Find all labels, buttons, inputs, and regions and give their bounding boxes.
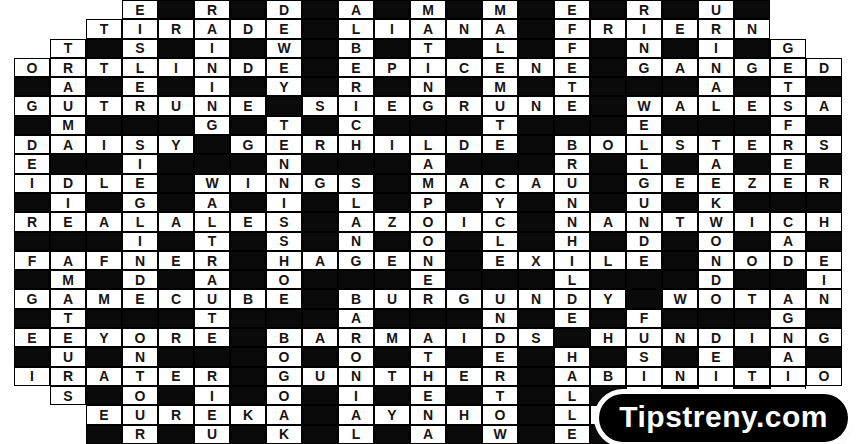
letter-cell-r4c2[interactable]: R — [50, 58, 86, 77]
letter-cell-r12c16[interactable]: N — [554, 212, 590, 231]
letter-cell-r21c4[interactable]: O — [122, 386, 158, 405]
letter-cell-r2c8[interactable]: E — [266, 19, 302, 38]
letter-cell-r20c10[interactable]: N — [338, 367, 374, 386]
letter-cell-r4c13[interactable]: C — [446, 58, 482, 77]
letter-cell-r6c18[interactable]: W — [626, 96, 662, 115]
letter-cell-r6c1[interactable]: G — [14, 96, 50, 115]
letter-cell-r19c8[interactable]: O — [266, 347, 302, 366]
letter-cell-r9c18[interactable]: L — [626, 154, 662, 173]
letter-cell-r10c2[interactable]: D — [50, 174, 86, 193]
letter-cell-r1c4[interactable]: E — [122, 0, 158, 19]
letter-cell-r7c2[interactable]: M — [50, 116, 86, 135]
letter-cell-r12c11[interactable]: Z — [374, 212, 410, 231]
letter-cell-r10c19[interactable]: E — [662, 174, 698, 193]
letter-cell-r1c12[interactable]: M — [410, 0, 446, 19]
letter-cell-r20c6[interactable]: R — [194, 367, 230, 386]
letter-cell-r16c13[interactable]: G — [446, 289, 482, 308]
letter-cell-r18c17[interactable]: H — [590, 328, 626, 347]
letter-cell-r18c6[interactable]: E — [194, 328, 230, 347]
letter-cell-r10c3[interactable]: L — [86, 174, 122, 193]
letter-cell-r18c4[interactable]: O — [122, 328, 158, 347]
letter-cell-r10c14[interactable]: C — [482, 174, 518, 193]
letter-cell-r13c14[interactable]: L — [482, 232, 518, 251]
letter-cell-r14c16[interactable]: I — [554, 251, 590, 270]
letter-cell-r12c10[interactable]: A — [338, 212, 374, 231]
letter-cell-r16c4[interactable]: E — [122, 289, 158, 308]
letter-cell-r14c2[interactable]: A — [50, 251, 86, 270]
letter-cell-r2c17[interactable]: R — [590, 19, 626, 38]
letter-cell-r10c9[interactable]: G — [302, 174, 338, 193]
letter-cell-r19c12[interactable]: T — [410, 347, 446, 366]
letter-cell-r15c4[interactable]: D — [122, 270, 158, 289]
letter-cell-r3c14[interactable]: L — [482, 39, 518, 58]
letter-cell-r20c8[interactable]: G — [266, 367, 302, 386]
letter-cell-r14c23[interactable]: E — [806, 251, 842, 270]
letter-cell-r9c16[interactable]: R — [554, 154, 590, 173]
letter-cell-r20c9[interactable]: U — [302, 367, 338, 386]
letter-cell-r19c14[interactable]: E — [482, 347, 518, 366]
letter-cell-r6c10[interactable]: I — [338, 96, 374, 115]
letter-cell-r4c15[interactable]: N — [518, 58, 554, 77]
letter-cell-r5c4[interactable]: E — [122, 77, 158, 96]
letter-cell-r10c16[interactable]: U — [554, 174, 590, 193]
letter-cell-r14c12[interactable]: N — [410, 251, 446, 270]
letter-cell-r3c12[interactable]: T — [410, 39, 446, 58]
letter-cell-r12c18[interactable]: N — [626, 212, 662, 231]
letter-cell-r19c18[interactable]: S — [626, 347, 662, 366]
letter-cell-r16c11[interactable]: U — [374, 289, 410, 308]
letter-cell-r7c18[interactable]: E — [626, 116, 662, 135]
letter-cell-r7c22[interactable]: F — [770, 116, 806, 135]
letter-cell-r13c10[interactable]: N — [338, 232, 374, 251]
letter-cell-r22c7[interactable]: K — [230, 405, 266, 424]
letter-cell-r2c11[interactable]: I — [374, 19, 410, 38]
letter-cell-r15c16[interactable]: L — [554, 270, 590, 289]
letter-cell-r10c22[interactable]: E — [770, 174, 806, 193]
letter-cell-r18c18[interactable]: U — [626, 328, 662, 347]
letter-cell-r11c4[interactable]: G — [122, 193, 158, 212]
letter-cell-r20c16[interactable]: A — [554, 367, 590, 386]
letter-cell-r20c17[interactable]: B — [590, 367, 626, 386]
letter-cell-r14c1[interactable]: F — [14, 251, 50, 270]
letter-cell-r5c2[interactable]: A — [50, 77, 86, 96]
letter-cell-r9c1[interactable]: E — [14, 154, 50, 173]
letter-cell-r3c2[interactable]: T — [50, 39, 86, 58]
letter-cell-r13c16[interactable]: H — [554, 232, 590, 251]
letter-cell-r8c7[interactable]: G — [230, 135, 266, 154]
letter-cell-r4c21[interactable]: G — [734, 58, 770, 77]
letter-cell-r14c8[interactable]: H — [266, 251, 302, 270]
letter-cell-r1c16[interactable]: E — [554, 0, 590, 19]
letter-cell-r6c6[interactable]: N — [194, 96, 230, 115]
letter-cell-r20c14[interactable]: R — [482, 367, 518, 386]
letter-cell-r6c22[interactable]: S — [770, 96, 806, 115]
letter-cell-r10c20[interactable]: E — [698, 174, 734, 193]
letter-cell-r12c19[interactable]: T — [662, 212, 698, 231]
letter-cell-r8c2[interactable]: A — [50, 135, 86, 154]
letter-cell-r5c8[interactable]: Y — [266, 77, 302, 96]
letter-cell-r19c20[interactable]: E — [698, 347, 734, 366]
letter-cell-r3c10[interactable]: B — [338, 39, 374, 58]
letter-cell-r2c12[interactable]: A — [410, 19, 446, 38]
letter-cell-r16c7[interactable]: B — [230, 289, 266, 308]
letter-cell-r4c12[interactable]: I — [410, 58, 446, 77]
letter-cell-r4c6[interactable]: N — [194, 58, 230, 77]
letter-cell-r20c20[interactable]: I — [698, 367, 734, 386]
letter-cell-r14c18[interactable]: E — [626, 251, 662, 270]
letter-cell-r1c20[interactable]: U — [698, 0, 734, 19]
letter-cell-r22c14[interactable]: O — [482, 405, 518, 424]
letter-cell-r7c10[interactable]: C — [338, 116, 374, 135]
letter-cell-r10c21[interactable]: Z — [734, 174, 770, 193]
letter-cell-r14c4[interactable]: N — [122, 251, 158, 270]
letter-cell-r8c11[interactable]: I — [374, 135, 410, 154]
letter-cell-r10c18[interactable]: G — [626, 174, 662, 193]
letter-cell-r20c13[interactable]: E — [446, 367, 482, 386]
letter-cell-r7c14[interactable]: T — [482, 116, 518, 135]
letter-cell-r6c5[interactable]: U — [158, 96, 194, 115]
letter-cell-r16c17[interactable]: Y — [590, 289, 626, 308]
letter-cell-r20c18[interactable]: I — [626, 367, 662, 386]
letter-cell-r20c19[interactable]: N — [662, 367, 698, 386]
letter-cell-r2c14[interactable]: A — [482, 19, 518, 38]
letter-cell-r5c12[interactable]: N — [410, 77, 446, 96]
letter-cell-r6c3[interactable]: T — [86, 96, 122, 115]
letter-cell-r5c6[interactable]: I — [194, 77, 230, 96]
letter-cell-r22c3[interactable]: E — [86, 405, 122, 424]
letter-cell-r8c12[interactable]: L — [410, 135, 446, 154]
letter-cell-r19c22[interactable]: A — [770, 347, 806, 366]
letter-cell-r1c10[interactable]: A — [338, 0, 374, 19]
letter-cell-r4c11[interactable]: P — [374, 58, 410, 77]
letter-cell-r9c12[interactable]: A — [410, 154, 446, 173]
letter-cell-r16c10[interactable]: B — [338, 289, 374, 308]
letter-cell-r9c20[interactable]: A — [698, 154, 734, 173]
letter-cell-r12c22[interactable]: C — [770, 212, 806, 231]
letter-cell-r6c16[interactable]: E — [554, 96, 590, 115]
letter-cell-r20c1[interactable]: I — [14, 367, 50, 386]
letter-cell-r6c9[interactable]: S — [302, 96, 338, 115]
letter-cell-r11c20[interactable]: K — [698, 193, 734, 212]
letter-cell-r4c4[interactable]: L — [122, 58, 158, 77]
letter-cell-r10c15[interactable]: A — [518, 174, 554, 193]
letter-cell-r12c2[interactable]: E — [50, 212, 86, 231]
letter-cell-r6c7[interactable]: E — [230, 96, 266, 115]
letter-cell-r3c22[interactable]: G — [770, 39, 806, 58]
letter-cell-r8c4[interactable]: S — [122, 135, 158, 154]
letter-cell-r19c2[interactable]: U — [50, 347, 86, 366]
letter-cell-r8c17[interactable]: O — [590, 135, 626, 154]
letter-cell-r8c14[interactable]: E — [482, 135, 518, 154]
letter-cell-r11c8[interactable]: I — [266, 193, 302, 212]
letter-cell-r8c16[interactable]: B — [554, 135, 590, 154]
letter-cell-r15c6[interactable]: A — [194, 270, 230, 289]
letter-cell-r18c19[interactable]: N — [662, 328, 698, 347]
letter-cell-r18c13[interactable]: I — [446, 328, 482, 347]
letter-cell-r6c14[interactable]: U — [482, 96, 518, 115]
letter-cell-r18c21[interactable]: I — [734, 328, 770, 347]
letter-cell-r10c12[interactable]: M — [410, 174, 446, 193]
letter-cell-r12c8[interactable]: S — [266, 212, 302, 231]
letter-cell-r2c7[interactable]: D — [230, 19, 266, 38]
letter-cell-r14c3[interactable]: F — [86, 251, 122, 270]
letter-cell-r9c8[interactable]: N — [266, 154, 302, 173]
letter-cell-r4c20[interactable]: N — [698, 58, 734, 77]
letter-cell-r13c4[interactable]: I — [122, 232, 158, 251]
letter-cell-r8c1[interactable]: D — [14, 135, 50, 154]
letter-cell-r8c23[interactable]: S — [806, 135, 842, 154]
letter-cell-r22c8[interactable]: A — [266, 405, 302, 424]
letter-cell-r3c4[interactable]: S — [122, 39, 158, 58]
letter-cell-r14c21[interactable]: O — [734, 251, 770, 270]
letter-cell-r12c12[interactable]: O — [410, 212, 446, 231]
letter-cell-r8c13[interactable]: D — [446, 135, 482, 154]
letter-cell-r23c10[interactable]: L — [338, 425, 374, 444]
letter-cell-r5c16[interactable]: T — [554, 77, 590, 96]
letter-cell-r4c7[interactable]: D — [230, 58, 266, 77]
letter-cell-r16c12[interactable]: R — [410, 289, 446, 308]
letter-cell-r9c4[interactable]: I — [122, 154, 158, 173]
letter-cell-r21c8[interactable]: O — [266, 386, 302, 405]
letter-cell-r4c18[interactable]: G — [626, 58, 662, 77]
letter-cell-r16c16[interactable]: D — [554, 289, 590, 308]
letter-cell-r12c4[interactable]: L — [122, 212, 158, 231]
letter-cell-r14c10[interactable]: G — [338, 251, 374, 270]
letter-cell-r16c3[interactable]: M — [86, 289, 122, 308]
letter-cell-r17c22[interactable]: G — [770, 309, 806, 328]
letter-cell-r11c6[interactable]: A — [194, 193, 230, 212]
letter-cell-r12c23[interactable]: H — [806, 212, 842, 231]
letter-cell-r6c12[interactable]: G — [410, 96, 446, 115]
letter-cell-r14c5[interactable]: E — [158, 251, 194, 270]
letter-cell-r6c13[interactable]: R — [446, 96, 482, 115]
letter-cell-r18c1[interactable]: E — [14, 328, 50, 347]
letter-cell-r11c18[interactable]: U — [626, 193, 662, 212]
letter-cell-r14c17[interactable]: L — [590, 251, 626, 270]
letter-cell-r23c6[interactable]: U — [194, 425, 230, 444]
letter-cell-r14c11[interactable]: E — [374, 251, 410, 270]
letter-cell-r2c10[interactable]: L — [338, 19, 374, 38]
letter-cell-r4c10[interactable]: E — [338, 58, 374, 77]
letter-cell-r19c16[interactable]: H — [554, 347, 590, 366]
letter-cell-r6c23[interactable]: A — [806, 96, 842, 115]
letter-cell-r15c12[interactable]: E — [410, 270, 446, 289]
letter-cell-r23c14[interactable]: W — [482, 425, 518, 444]
letter-cell-r20c4[interactable]: T — [122, 367, 158, 386]
letter-cell-r8c9[interactable]: R — [302, 135, 338, 154]
letter-cell-r20c12[interactable]: H — [410, 367, 446, 386]
letter-cell-r4c5[interactable]: I — [158, 58, 194, 77]
letter-cell-r13c22[interactable]: A — [770, 232, 806, 251]
letter-cell-r10c8[interactable]: N — [266, 174, 302, 193]
letter-cell-r1c6[interactable]: R — [194, 0, 230, 19]
letter-cell-r3c16[interactable]: F — [554, 39, 590, 58]
letter-cell-r4c23[interactable]: D — [806, 58, 842, 77]
letter-cell-r6c15[interactable]: N — [518, 96, 554, 115]
letter-cell-r2c5[interactable]: R — [158, 19, 194, 38]
letter-cell-r12c20[interactable]: W — [698, 212, 734, 231]
letter-cell-r11c16[interactable]: N — [554, 193, 590, 212]
letter-cell-r5c22[interactable]: T — [770, 77, 806, 96]
letter-cell-r1c18[interactable]: R — [626, 0, 662, 19]
letter-cell-r13c20[interactable]: O — [698, 232, 734, 251]
tipstreny-watermark[interactable]: Tipstreny.com — [599, 394, 848, 442]
letter-cell-r18c20[interactable]: D — [698, 328, 734, 347]
letter-cell-r3c8[interactable]: W — [266, 39, 302, 58]
letter-cell-r22c5[interactable]: R — [158, 405, 194, 424]
letter-cell-r17c10[interactable]: A — [338, 309, 374, 328]
letter-cell-r13c12[interactable]: O — [410, 232, 446, 251]
letter-cell-r2c19[interactable]: E — [662, 19, 698, 38]
letter-cell-r14c20[interactable]: N — [698, 251, 734, 270]
letter-cell-r15c23[interactable]: I — [806, 270, 842, 289]
letter-cell-r18c8[interactable]: B — [266, 328, 302, 347]
letter-cell-r14c6[interactable]: R — [194, 251, 230, 270]
letter-cell-r8c22[interactable]: R — [770, 135, 806, 154]
letter-cell-r4c14[interactable]: E — [482, 58, 518, 77]
letter-cell-r7c6[interactable]: G — [194, 116, 230, 135]
letter-cell-r18c9[interactable]: A — [302, 328, 338, 347]
letter-cell-r11c2[interactable]: I — [50, 193, 86, 212]
letter-cell-r4c3[interactable]: T — [86, 58, 122, 77]
letter-cell-r23c4[interactable]: R — [122, 425, 158, 444]
letter-cell-r6c11[interactable]: E — [374, 96, 410, 115]
letter-cell-r23c16[interactable]: E — [554, 425, 590, 444]
letter-cell-r6c21[interactable]: E — [734, 96, 770, 115]
letter-cell-r7c8[interactable]: T — [266, 116, 302, 135]
letter-cell-r21c2[interactable]: S — [50, 386, 86, 405]
letter-cell-r23c12[interactable]: A — [410, 425, 446, 444]
letter-cell-r12c5[interactable]: A — [158, 212, 194, 231]
letter-cell-r21c16[interactable]: L — [554, 386, 590, 405]
letter-cell-r22c11[interactable]: Y — [374, 405, 410, 424]
letter-cell-r12c7[interactable]: E — [230, 212, 266, 231]
letter-cell-r18c23[interactable]: G — [806, 328, 842, 347]
letter-cell-r12c3[interactable]: A — [86, 212, 122, 231]
letter-cell-r18c15[interactable]: S — [518, 328, 554, 347]
letter-cell-r9c22[interactable]: E — [770, 154, 806, 173]
letter-cell-r4c8[interactable]: E — [266, 58, 302, 77]
letter-cell-r18c12[interactable]: A — [410, 328, 446, 347]
letter-cell-r11c12[interactable]: P — [410, 193, 446, 212]
letter-cell-r5c14[interactable]: M — [482, 77, 518, 96]
letter-cell-r18c22[interactable]: N — [770, 328, 806, 347]
letter-cell-r6c2[interactable]: U — [50, 96, 86, 115]
letter-cell-r10c10[interactable]: S — [338, 174, 374, 193]
letter-cell-r19c10[interactable]: O — [338, 347, 374, 366]
letter-cell-r12c13[interactable]: I — [446, 212, 482, 231]
letter-cell-r10c1[interactable]: I — [14, 174, 50, 193]
letter-cell-r17c6[interactable]: T — [194, 309, 230, 328]
letter-cell-r20c11[interactable]: T — [374, 367, 410, 386]
letter-cell-r2c16[interactable]: F — [554, 19, 590, 38]
letter-cell-r10c7[interactable]: I — [230, 174, 266, 193]
letter-cell-r8c19[interactable]: S — [662, 135, 698, 154]
letter-cell-r11c10[interactable]: L — [338, 193, 374, 212]
letter-cell-r21c6[interactable]: I — [194, 386, 230, 405]
letter-cell-r2c3[interactable]: T — [86, 19, 122, 38]
letter-cell-r16c1[interactable]: G — [14, 289, 50, 308]
letter-cell-r13c6[interactable]: T — [194, 232, 230, 251]
letter-cell-r1c14[interactable]: M — [482, 0, 518, 19]
letter-cell-r8c21[interactable]: E — [734, 135, 770, 154]
letter-cell-r17c16[interactable]: E — [554, 309, 590, 328]
letter-cell-r21c14[interactable]: T — [482, 386, 518, 405]
letter-cell-r14c15[interactable]: X — [518, 251, 554, 270]
letter-cell-r18c5[interactable]: R — [158, 328, 194, 347]
letter-cell-r16c15[interactable]: N — [518, 289, 554, 308]
letter-cell-r16c22[interactable]: A — [770, 289, 806, 308]
letter-cell-r12c21[interactable]: I — [734, 212, 770, 231]
letter-cell-r3c20[interactable]: I — [698, 39, 734, 58]
letter-cell-r6c20[interactable]: L — [698, 96, 734, 115]
letter-cell-r16c14[interactable]: U — [482, 289, 518, 308]
letter-cell-r2c18[interactable]: I — [626, 19, 662, 38]
letter-cell-r21c10[interactable]: I — [338, 386, 374, 405]
letter-cell-r16c19[interactable]: W — [662, 289, 698, 308]
letter-cell-r20c3[interactable]: A — [86, 367, 122, 386]
letter-cell-r22c13[interactable]: H — [446, 405, 482, 424]
letter-cell-r20c21[interactable]: T — [734, 367, 770, 386]
letter-cell-r18c3[interactable]: Y — [86, 328, 122, 347]
letter-cell-r16c20[interactable]: O — [698, 289, 734, 308]
letter-cell-r20c5[interactable]: E — [158, 367, 194, 386]
letter-cell-r11c14[interactable]: Y — [482, 193, 518, 212]
letter-cell-r13c18[interactable]: D — [626, 232, 662, 251]
letter-cell-r10c6[interactable]: W — [194, 174, 230, 193]
letter-cell-r2c20[interactable]: R — [698, 19, 734, 38]
letter-cell-r8c8[interactable]: E — [266, 135, 302, 154]
letter-cell-r6c19[interactable]: A — [662, 96, 698, 115]
letter-cell-r22c10[interactable]: A — [338, 405, 374, 424]
letter-cell-r22c12[interactable]: N — [410, 405, 446, 424]
letter-cell-r20c2[interactable]: R — [50, 367, 86, 386]
letter-cell-r3c18[interactable]: N — [626, 39, 662, 58]
letter-cell-r8c20[interactable]: T — [698, 135, 734, 154]
letter-cell-r22c16[interactable]: L — [554, 405, 590, 424]
letter-cell-r16c5[interactable]: C — [158, 289, 194, 308]
letter-cell-r2c21[interactable]: N — [734, 19, 770, 38]
letter-cell-r4c22[interactable]: E — [770, 58, 806, 77]
letter-cell-r16c8[interactable]: E — [266, 289, 302, 308]
letter-cell-r4c16[interactable]: E — [554, 58, 590, 77]
letter-cell-r16c6[interactable]: U — [194, 289, 230, 308]
letter-cell-r10c23[interactable]: R — [806, 174, 842, 193]
letter-cell-r14c22[interactable]: D — [770, 251, 806, 270]
letter-cell-r6c4[interactable]: R — [122, 96, 158, 115]
letter-cell-r2c13[interactable]: N — [446, 19, 482, 38]
letter-cell-r18c14[interactable]: D — [482, 328, 518, 347]
letter-cell-r21c12[interactable]: E — [410, 386, 446, 405]
letter-cell-r22c4[interactable]: U — [122, 405, 158, 424]
letter-cell-r12c17[interactable]: A — [590, 212, 626, 231]
letter-cell-r15c20[interactable]: D — [698, 270, 734, 289]
letter-cell-r5c20[interactable]: A — [698, 77, 734, 96]
letter-cell-r18c11[interactable]: M — [374, 328, 410, 347]
letter-cell-r8c3[interactable]: I — [86, 135, 122, 154]
letter-cell-r4c19[interactable]: A — [662, 58, 698, 77]
letter-cell-r3c6[interactable]: I — [194, 39, 230, 58]
letter-cell-r16c2[interactable]: A — [50, 289, 86, 308]
letter-cell-r20c22[interactable]: I — [770, 367, 806, 386]
letter-cell-r15c2[interactable]: M — [50, 270, 86, 289]
letter-cell-r10c13[interactable]: A — [446, 174, 482, 193]
letter-cell-r22c6[interactable]: E — [194, 405, 230, 424]
letter-cell-r2c6[interactable]: A — [194, 19, 230, 38]
letter-cell-r13c8[interactable]: S — [266, 232, 302, 251]
letter-cell-r18c10[interactable]: R — [338, 328, 374, 347]
letter-cell-r14c9[interactable]: A — [302, 251, 338, 270]
